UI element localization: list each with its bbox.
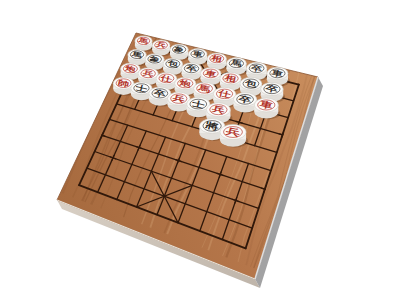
xiangqi-board-scene: 馬兵象車相馬卒車馬象包卒車相包卒炮兵仕炮馬仕卒車帥士卒兵士兵將兵 xyxy=(0,0,400,300)
render-stage: 馬兵象車相馬卒車馬象包卒車相包卒炮兵仕炮馬仕卒車帥士卒兵士兵將兵 xyxy=(0,0,400,300)
piece-red-兵[interactable]: 兵 xyxy=(220,124,248,147)
piece-red-車[interactable]: 車 xyxy=(254,98,280,119)
